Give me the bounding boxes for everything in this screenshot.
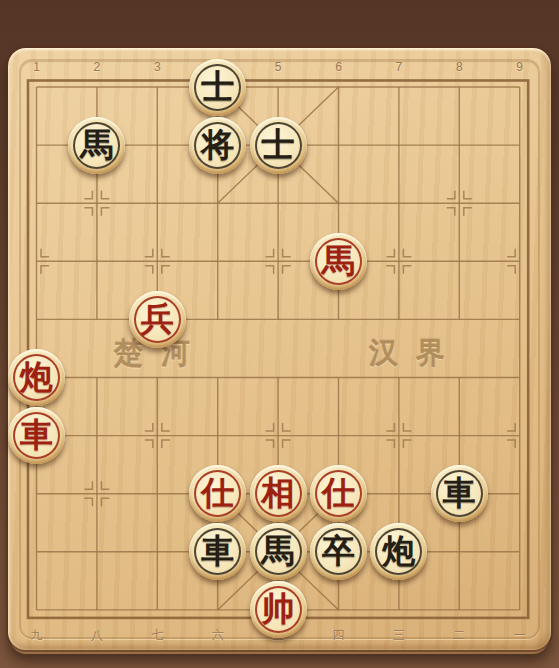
piece-glyph: 将 xyxy=(201,128,234,161)
piece-face: 炮 xyxy=(13,354,60,401)
file-label-top-9: 9 xyxy=(507,60,533,74)
piece-face: 士 xyxy=(255,122,302,169)
piece-glyph: 馬 xyxy=(262,534,295,567)
piece-face: 車 xyxy=(194,528,241,575)
piece-black-general[interactable]: 将 xyxy=(189,117,246,174)
piece-face: 馬 xyxy=(315,238,362,285)
piece-red-general[interactable]: 帅 xyxy=(250,581,307,638)
piece-face: 馬 xyxy=(73,122,120,169)
piece-glyph: 相 xyxy=(262,476,295,509)
piece-glyph: 兵 xyxy=(141,302,174,335)
piece-face: 仕 xyxy=(315,470,362,517)
piece-glyph: 炮 xyxy=(382,534,415,567)
piece-glyph: 馬 xyxy=(322,244,355,277)
piece-glyph: 士 xyxy=(201,70,234,103)
file-label-top-2: 2 xyxy=(84,60,110,74)
piece-glyph: 車 xyxy=(20,418,53,451)
piece-face: 卒 xyxy=(315,528,362,575)
piece-glyph: 車 xyxy=(443,476,476,509)
xiangqi-app: 123456789 九八七六五四三二一 楚河 汉界 士馬将士馬兵炮車仕相仕車車馬… xyxy=(0,0,559,668)
piece-face: 車 xyxy=(13,412,60,459)
piece-black-advisor[interactable]: 士 xyxy=(250,117,307,174)
piece-face: 仕 xyxy=(194,470,241,517)
river-label-right: 汉界 xyxy=(327,337,487,371)
piece-glyph: 車 xyxy=(201,534,234,567)
file-label-bottom-七: 七 xyxy=(144,627,170,644)
file-label-top-7: 7 xyxy=(386,60,412,74)
piece-black-soldier[interactable]: 卒 xyxy=(310,523,367,580)
file-label-bottom-四: 四 xyxy=(326,627,352,644)
piece-glyph: 帅 xyxy=(262,592,295,625)
file-label-bottom-九: 九 xyxy=(24,627,50,644)
piece-face: 将 xyxy=(194,122,241,169)
piece-face: 兵 xyxy=(134,296,181,343)
piece-face: 帅 xyxy=(255,586,302,633)
piece-red-horse[interactable]: 馬 xyxy=(310,233,367,290)
piece-face: 車 xyxy=(436,470,483,517)
piece-glyph: 仕 xyxy=(322,476,355,509)
piece-face: 相 xyxy=(255,470,302,517)
piece-red-soldier[interactable]: 兵 xyxy=(129,291,186,348)
file-label-top-1: 1 xyxy=(24,60,50,74)
piece-black-horse[interactable]: 馬 xyxy=(250,523,307,580)
piece-glyph: 仕 xyxy=(201,476,234,509)
piece-red-cannon[interactable]: 炮 xyxy=(8,349,65,406)
piece-red-elephant[interactable]: 相 xyxy=(250,465,307,522)
file-label-top-6: 6 xyxy=(326,60,352,74)
piece-black-advisor[interactable]: 士 xyxy=(189,59,246,116)
file-label-bottom-八: 八 xyxy=(84,627,110,644)
file-label-top-8: 8 xyxy=(446,60,472,74)
piece-red-advisor[interactable]: 仕 xyxy=(189,465,246,522)
file-label-top-3: 3 xyxy=(144,60,170,74)
file-label-bottom-一: 一 xyxy=(507,627,533,644)
file-label-top-5: 5 xyxy=(265,60,291,74)
piece-black-chariot[interactable]: 車 xyxy=(431,465,488,522)
piece-face: 馬 xyxy=(255,528,302,575)
file-label-bottom-三: 三 xyxy=(386,627,412,644)
piece-red-advisor[interactable]: 仕 xyxy=(310,465,367,522)
file-label-bottom-二: 二 xyxy=(446,627,472,644)
piece-face: 炮 xyxy=(375,528,422,575)
piece-glyph: 士 xyxy=(262,128,295,161)
file-label-bottom-六: 六 xyxy=(205,627,231,644)
piece-red-chariot[interactable]: 車 xyxy=(8,407,65,464)
piece-glyph: 炮 xyxy=(20,360,53,393)
piece-glyph: 卒 xyxy=(322,534,355,567)
piece-face: 士 xyxy=(194,64,241,111)
piece-black-horse[interactable]: 馬 xyxy=(68,117,125,174)
piece-glyph: 馬 xyxy=(80,128,113,161)
